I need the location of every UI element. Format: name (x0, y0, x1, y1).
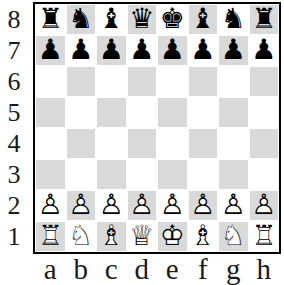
piece-white-rook[interactable]: ♜♖ (249, 221, 280, 252)
square-e3[interactable] (157, 159, 188, 190)
file-label-h: h (249, 253, 280, 285)
square-c4[interactable] (96, 128, 127, 159)
piece-glyph: ♙ (38, 190, 63, 218)
square-b7[interactable]: ♟ (66, 35, 97, 66)
square-h3[interactable] (249, 159, 280, 190)
piece-white-queen[interactable]: ♛♕ (127, 221, 158, 252)
square-d8[interactable]: ♛ (127, 4, 158, 35)
piece-black-bishop[interactable]: ♝ (188, 4, 219, 35)
square-a6[interactable] (35, 66, 66, 97)
rank-label-4: 4 (0, 128, 28, 159)
square-e5[interactable] (157, 97, 188, 128)
piece-glyph: ♟ (221, 35, 246, 63)
square-h7[interactable]: ♟ (249, 35, 280, 66)
square-c8[interactable]: ♝ (96, 4, 127, 35)
piece-white-pawn[interactable]: ♟♙ (157, 190, 188, 221)
square-c2[interactable]: ♟♙ (96, 190, 127, 221)
square-h4[interactable] (249, 128, 280, 159)
piece-black-rook[interactable]: ♜ (249, 4, 280, 35)
piece-white-pawn[interactable]: ♟♙ (218, 190, 249, 221)
piece-black-pawn[interactable]: ♟ (249, 35, 280, 66)
square-g5[interactable] (218, 97, 249, 128)
square-h2[interactable]: ♟♙ (249, 190, 280, 221)
square-h6[interactable] (249, 66, 280, 97)
piece-glyph: ♜ (38, 4, 63, 32)
piece-white-pawn[interactable]: ♟♙ (249, 190, 280, 221)
square-c7[interactable]: ♟ (96, 35, 127, 66)
piece-white-bishop[interactable]: ♝♗ (96, 221, 127, 252)
square-b3[interactable] (66, 159, 97, 190)
square-e7[interactable]: ♟ (157, 35, 188, 66)
square-b1[interactable]: ♞♘ (66, 221, 97, 252)
square-g8[interactable]: ♞ (218, 4, 249, 35)
square-b6[interactable] (66, 66, 97, 97)
piece-white-bishop[interactable]: ♝♗ (188, 221, 219, 252)
piece-black-knight[interactable]: ♞ (218, 4, 249, 35)
piece-black-king[interactable]: ♚ (157, 4, 188, 35)
piece-black-pawn[interactable]: ♟ (66, 35, 97, 66)
piece-black-pawn[interactable]: ♟ (35, 35, 66, 66)
square-f5[interactable] (188, 97, 219, 128)
square-f8[interactable]: ♝ (188, 4, 219, 35)
piece-black-rook[interactable]: ♜ (35, 4, 66, 35)
rank-label-1: 1 (0, 221, 28, 252)
piece-glyph: ♟ (99, 35, 124, 63)
square-f4[interactable] (188, 128, 219, 159)
piece-glyph: ♖ (251, 221, 276, 249)
square-f6[interactable] (188, 66, 219, 97)
square-d4[interactable] (127, 128, 158, 159)
square-d2[interactable]: ♟♙ (127, 190, 158, 221)
piece-black-pawn[interactable]: ♟ (188, 35, 219, 66)
piece-black-pawn[interactable]: ♟ (96, 35, 127, 66)
square-b8[interactable]: ♞ (66, 4, 97, 35)
square-e8[interactable]: ♚ (157, 4, 188, 35)
file-labels: abcdefgh (35, 253, 279, 285)
piece-black-pawn[interactable]: ♟ (218, 35, 249, 66)
piece-glyph: ♟ (68, 35, 93, 63)
piece-glyph: ♙ (68, 190, 93, 218)
file-label-b: b (66, 253, 97, 285)
piece-glyph: ♞ (68, 4, 93, 32)
square-b5[interactable] (66, 97, 97, 128)
file-label-f: f (188, 253, 219, 285)
piece-white-pawn[interactable]: ♟♙ (188, 190, 219, 221)
square-h5[interactable] (249, 97, 280, 128)
piece-white-pawn[interactable]: ♟♙ (127, 190, 158, 221)
piece-glyph: ♟ (129, 35, 154, 63)
square-a5[interactable] (35, 97, 66, 128)
piece-glyph: ♙ (221, 190, 246, 218)
piece-glyph: ♔ (160, 221, 185, 249)
square-d1[interactable]: ♛♕ (127, 221, 158, 252)
piece-white-pawn[interactable]: ♟♙ (96, 190, 127, 221)
piece-white-rook[interactable]: ♜♖ (35, 221, 66, 252)
piece-white-pawn[interactable]: ♟♙ (35, 190, 66, 221)
piece-glyph: ♝ (99, 4, 124, 32)
piece-black-pawn[interactable]: ♟ (127, 35, 158, 66)
rank-label-3: 3 (0, 159, 28, 190)
square-e2[interactable]: ♟♙ (157, 190, 188, 221)
piece-glyph: ♚ (160, 4, 185, 32)
square-e4[interactable] (157, 128, 188, 159)
square-c5[interactable] (96, 97, 127, 128)
square-g1[interactable]: ♞♘ (218, 221, 249, 252)
square-a7[interactable]: ♟ (35, 35, 66, 66)
rank-label-5: 5 (0, 97, 28, 128)
piece-white-knight[interactable]: ♞♘ (218, 221, 249, 252)
piece-white-pawn[interactable]: ♟♙ (66, 190, 97, 221)
piece-glyph: ♗ (99, 221, 124, 249)
rank-label-7: 7 (0, 35, 28, 66)
square-d5[interactable] (127, 97, 158, 128)
rank-label-8: 8 (0, 4, 28, 35)
piece-glyph: ♖ (38, 221, 63, 249)
square-c6[interactable] (96, 66, 127, 97)
square-h8[interactable]: ♜ (249, 4, 280, 35)
rank-label-2: 2 (0, 190, 28, 221)
piece-glyph: ♕ (129, 221, 154, 249)
piece-glyph: ♘ (221, 221, 246, 249)
square-g3[interactable] (218, 159, 249, 190)
rank-labels: 87654321 (0, 4, 28, 252)
file-label-e: e (157, 253, 188, 285)
piece-glyph: ♟ (38, 35, 63, 63)
piece-white-king[interactable]: ♚♔ (157, 221, 188, 252)
square-a1[interactable]: ♜♖ (35, 221, 66, 252)
rank-label-6: 6 (0, 66, 28, 97)
square-g4[interactable] (218, 128, 249, 159)
piece-glyph: ♙ (99, 190, 124, 218)
piece-black-queen[interactable]: ♛ (127, 4, 158, 35)
piece-glyph: ♟ (251, 35, 276, 63)
piece-black-pawn[interactable]: ♟ (157, 35, 188, 66)
square-f1[interactable]: ♝♗ (188, 221, 219, 252)
square-a8[interactable]: ♜ (35, 4, 66, 35)
piece-glyph: ♜ (251, 4, 276, 32)
piece-glyph: ♙ (129, 190, 154, 218)
square-g2[interactable]: ♟♙ (218, 190, 249, 221)
square-b2[interactable]: ♟♙ (66, 190, 97, 221)
piece-glyph: ♗ (190, 221, 215, 249)
piece-glyph: ♛ (129, 4, 154, 32)
square-g6[interactable] (218, 66, 249, 97)
file-label-c: c (96, 253, 127, 285)
square-c3[interactable] (96, 159, 127, 190)
chess-diagram: 87654321 ♜♞♝♛♚♝♞♜♟♟♟♟♟♟♟♟♟♙♟♙♟♙♟♙♟♙♟♙♟♙♟… (0, 0, 284, 285)
square-g7[interactable]: ♟ (218, 35, 249, 66)
piece-glyph: ♟ (160, 35, 185, 63)
file-label-a: a (35, 253, 66, 285)
piece-glyph: ♟ (190, 35, 215, 63)
piece-glyph: ♙ (190, 190, 215, 218)
square-a3[interactable] (35, 159, 66, 190)
file-label-d: d (127, 253, 158, 285)
piece-glyph: ♘ (68, 221, 93, 249)
piece-glyph: ♝ (190, 4, 215, 32)
piece-glyph: ♙ (160, 190, 185, 218)
square-a2[interactable]: ♟♙ (35, 190, 66, 221)
square-d7[interactable]: ♟ (127, 35, 158, 66)
piece-white-knight[interactable]: ♞♘ (66, 221, 97, 252)
piece-black-knight[interactable]: ♞ (66, 4, 97, 35)
square-e1[interactable]: ♚♔ (157, 221, 188, 252)
square-b4[interactable] (66, 128, 97, 159)
piece-glyph: ♙ (251, 190, 276, 218)
square-d6[interactable] (127, 66, 158, 97)
square-f7[interactable]: ♟ (188, 35, 219, 66)
square-d3[interactable] (127, 159, 158, 190)
piece-glyph: ♞ (221, 4, 246, 32)
square-c1[interactable]: ♝♗ (96, 221, 127, 252)
square-a4[interactable] (35, 128, 66, 159)
square-f2[interactable]: ♟♙ (188, 190, 219, 221)
file-label-g: g (218, 253, 249, 285)
board: ♜♞♝♛♚♝♞♜♟♟♟♟♟♟♟♟♟♙♟♙♟♙♟♙♟♙♟♙♟♙♟♙♜♖♞♘♝♗♛♕… (33, 2, 281, 254)
square-h1[interactable]: ♜♖ (249, 221, 280, 252)
square-f3[interactable] (188, 159, 219, 190)
piece-black-bishop[interactable]: ♝ (96, 4, 127, 35)
square-e6[interactable] (157, 66, 188, 97)
